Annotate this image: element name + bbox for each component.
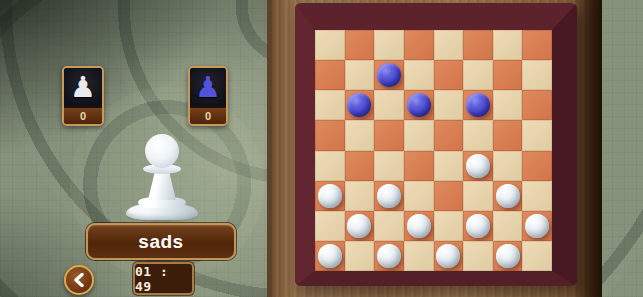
board-square[interactable] — [315, 120, 345, 150]
checker-white[interactable] — [347, 214, 371, 238]
board-square[interactable] — [434, 90, 464, 120]
board-square[interactable] — [493, 60, 523, 90]
checker-white[interactable] — [466, 214, 490, 238]
board-square[interactable] — [463, 120, 493, 150]
checker-blue[interactable] — [377, 63, 401, 87]
checker-white[interactable] — [466, 154, 490, 178]
board-square[interactable] — [374, 90, 404, 120]
board-square[interactable] — [493, 211, 523, 241]
board-square[interactable] — [493, 151, 523, 181]
board-square[interactable] — [463, 60, 493, 90]
board-square[interactable] — [374, 181, 404, 211]
board-square[interactable] — [404, 211, 434, 241]
checker-white[interactable] — [525, 214, 549, 238]
board-square[interactable] — [345, 120, 375, 150]
board-square[interactable] — [463, 211, 493, 241]
game-screen: ♟ 0 ♟ 0 sads 01 : 49 — [0, 0, 643, 297]
board-square[interactable] — [345, 151, 375, 181]
board-square[interactable] — [345, 211, 375, 241]
board-square[interactable] — [315, 181, 345, 211]
board-square[interactable] — [345, 241, 375, 271]
board-square[interactable] — [493, 30, 523, 60]
back-chevron-icon — [73, 273, 85, 287]
board-square[interactable] — [374, 241, 404, 271]
board-square[interactable] — [374, 211, 404, 241]
board-square[interactable] — [404, 30, 434, 60]
board-square[interactable] — [434, 120, 464, 150]
checker-white[interactable] — [318, 244, 342, 268]
board-square[interactable] — [434, 241, 464, 271]
checker-white[interactable] — [496, 184, 520, 208]
board-square[interactable] — [493, 181, 523, 211]
player-name-plate: sads — [86, 223, 236, 260]
board-square[interactable] — [345, 30, 375, 60]
board-square[interactable] — [522, 241, 552, 271]
board-square[interactable] — [434, 30, 464, 60]
checker-white[interactable] — [496, 244, 520, 268]
board-square[interactable] — [404, 151, 434, 181]
board-square[interactable] — [404, 241, 434, 271]
blue-captures-count: 0 — [190, 107, 226, 124]
board-square[interactable] — [522, 30, 552, 60]
current-player-pawn-figure — [122, 134, 202, 222]
board-square[interactable] — [404, 90, 434, 120]
board-square[interactable] — [493, 241, 523, 271]
board-square[interactable] — [522, 151, 552, 181]
board-square[interactable] — [404, 60, 434, 90]
board-square[interactable] — [374, 60, 404, 90]
board-square[interactable] — [463, 241, 493, 271]
checkers-board-frame — [295, 3, 577, 286]
board-square[interactable] — [434, 60, 464, 90]
board-square[interactable] — [463, 90, 493, 120]
board-square[interactable] — [404, 120, 434, 150]
board-square[interactable] — [345, 90, 375, 120]
board-square[interactable] — [434, 211, 464, 241]
board-square[interactable] — [345, 60, 375, 90]
checker-white[interactable] — [377, 184, 401, 208]
checker-white[interactable] — [436, 244, 460, 268]
timer-value: 01 : 49 — [135, 264, 192, 294]
board-square[interactable] — [374, 151, 404, 181]
white-captures-count: 0 — [64, 107, 102, 124]
board-square[interactable] — [493, 120, 523, 150]
checker-blue[interactable] — [466, 93, 490, 117]
board-square[interactable] — [374, 120, 404, 150]
white-captures-counter: ♟ 0 — [62, 66, 104, 126]
board-square[interactable] — [315, 241, 345, 271]
checker-white[interactable] — [377, 244, 401, 268]
board-square[interactable] — [434, 151, 464, 181]
board-square[interactable] — [315, 90, 345, 120]
board-square[interactable] — [315, 211, 345, 241]
move-timer: 01 : 49 — [133, 262, 194, 295]
blue-pawn-icon: ♟ — [190, 68, 226, 107]
checker-blue[interactable] — [407, 93, 431, 117]
player-name: sads — [138, 231, 183, 253]
white-pawn-icon: ♟ — [64, 68, 102, 107]
board-square[interactable] — [522, 181, 552, 211]
board-square[interactable] — [315, 30, 345, 60]
board-square[interactable] — [374, 30, 404, 60]
board-square[interactable] — [345, 181, 375, 211]
back-button[interactable] — [64, 265, 94, 295]
board-square[interactable] — [463, 151, 493, 181]
board-square[interactable] — [463, 181, 493, 211]
blue-captures-counter: ♟ 0 — [188, 66, 228, 126]
board-square[interactable] — [522, 60, 552, 90]
board-square[interactable] — [434, 181, 464, 211]
board-square[interactable] — [463, 30, 493, 60]
board-square[interactable] — [522, 90, 552, 120]
checker-white[interactable] — [318, 184, 342, 208]
board-square[interactable] — [315, 151, 345, 181]
board-square[interactable] — [522, 211, 552, 241]
board-square[interactable] — [522, 120, 552, 150]
checker-white[interactable] — [407, 214, 431, 238]
board-square[interactable] — [493, 90, 523, 120]
board-square[interactable] — [315, 60, 345, 90]
board-square[interactable] — [404, 181, 434, 211]
checkers-board[interactable] — [315, 30, 552, 271]
checker-blue[interactable] — [347, 93, 371, 117]
